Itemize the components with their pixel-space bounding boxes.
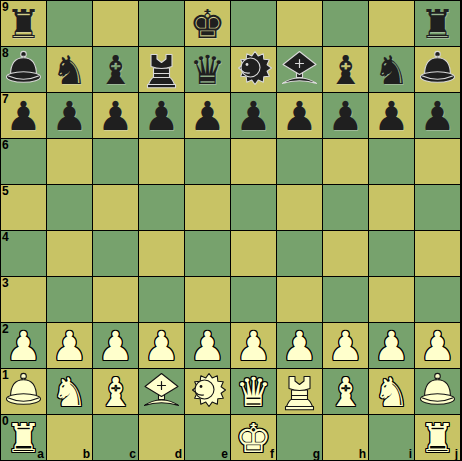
square-j6[interactable]: [415, 139, 460, 184]
black-gold-hat[interactable]: [415, 47, 460, 92]
square-a7[interactable]: 7♟: [1, 93, 46, 138]
black-rook[interactable]: ♜: [420, 4, 456, 44]
square-j2[interactable]: ♟: [415, 323, 460, 368]
piece-glyph: ♟: [282, 96, 318, 136]
piece-glyph: ♟: [52, 96, 88, 136]
piece-glyph: ♟: [52, 326, 88, 366]
square-c0[interactable]: c: [93, 415, 138, 460]
square-b6[interactable]: [47, 139, 92, 184]
square-d5[interactable]: [139, 185, 184, 230]
rank-label-3: 3: [2, 277, 9, 289]
white-gold-hat[interactable]: [1, 369, 46, 414]
piece-glyph: ♜: [6, 4, 42, 44]
square-j3[interactable]: [415, 277, 460, 322]
rank-label-6: 6: [2, 139, 9, 151]
white-pawn[interactable]: ♟: [374, 326, 410, 366]
black-bishop[interactable]: ♝: [328, 50, 364, 90]
rank-label-5: 5: [2, 185, 9, 197]
white-knight[interactable]: ♞: [374, 372, 410, 412]
square-c3[interactable]: [93, 277, 138, 322]
square-g2[interactable]: ♟: [277, 323, 322, 368]
black-tower[interactable]: [139, 47, 184, 92]
square-g0[interactable]: g: [277, 415, 322, 460]
piece-glyph: ♟: [190, 326, 226, 366]
square-j9[interactable]: ♜: [415, 1, 460, 46]
black-pawn[interactable]: ♟: [52, 96, 88, 136]
white-queen[interactable]: ♛: [236, 372, 272, 412]
white-pawn[interactable]: ♟: [52, 326, 88, 366]
black-pawn[interactable]: ♟: [282, 96, 318, 136]
black-pawn[interactable]: ♟: [190, 96, 226, 136]
square-f7[interactable]: ♟: [231, 93, 276, 138]
square-a0[interactable]: 0a♜: [1, 415, 46, 460]
square-b9[interactable]: [47, 1, 92, 46]
black-pawn[interactable]: ♟: [374, 96, 410, 136]
square-i0[interactable]: i: [369, 415, 414, 460]
square-j5[interactable]: [415, 185, 460, 230]
square-i2[interactable]: ♟: [369, 323, 414, 368]
board: 9♜♚♜8♞♝♛♝♞7♟♟♟♟♟♟♟♟♟♟65432♟♟♟♟♟♟♟♟♟♟1♞♝♛…: [0, 0, 461, 461]
square-i3[interactable]: [369, 277, 414, 322]
piece-glyph: ♝: [328, 50, 364, 90]
square-a1[interactable]: 1: [1, 369, 46, 414]
square-h2[interactable]: ♟: [323, 323, 368, 368]
square-b0[interactable]: b: [47, 415, 92, 460]
square-g6[interactable]: [277, 139, 322, 184]
square-c9[interactable]: [93, 1, 138, 46]
file-label-g: g: [313, 448, 320, 460]
square-f2[interactable]: ♟: [231, 323, 276, 368]
piece-glyph: ♜: [420, 418, 456, 458]
white-pawn[interactable]: ♟: [236, 326, 272, 366]
black-silver-mitre[interactable]: [277, 47, 322, 92]
square-d4[interactable]: [139, 231, 184, 276]
square-i7[interactable]: ♟: [369, 93, 414, 138]
square-d1[interactable]: [139, 369, 184, 414]
square-a6[interactable]: 6: [1, 139, 46, 184]
square-e1[interactable]: [185, 369, 230, 414]
square-e0[interactable]: e: [185, 415, 230, 460]
square-j0[interactable]: j♜: [415, 415, 460, 460]
square-c4[interactable]: [93, 231, 138, 276]
white-pawn[interactable]: ♟: [98, 326, 134, 366]
piece-glyph: ♟: [374, 96, 410, 136]
square-b1[interactable]: ♞: [47, 369, 92, 414]
white-pawn[interactable]: ♟: [190, 326, 226, 366]
square-g8[interactable]: [277, 47, 322, 92]
black-pawn[interactable]: ♟: [98, 96, 134, 136]
square-h1[interactable]: ♝: [323, 369, 368, 414]
square-d8[interactable]: [139, 47, 184, 92]
square-c2[interactable]: ♟: [93, 323, 138, 368]
lion-icon: [185, 369, 230, 414]
square-h3[interactable]: [323, 277, 368, 322]
square-i5[interactable]: [369, 185, 414, 230]
square-e3[interactable]: [185, 277, 230, 322]
square-j7[interactable]: ♟: [415, 93, 460, 138]
piece-glyph: ♛: [236, 372, 272, 412]
black-pawn[interactable]: ♟: [144, 96, 180, 136]
square-b4[interactable]: [47, 231, 92, 276]
white-silver-mitre[interactable]: [139, 369, 184, 414]
piece-glyph: ♟: [236, 96, 272, 136]
black-pawn[interactable]: ♟: [236, 96, 272, 136]
silver-mitre-icon: [277, 47, 322, 92]
square-i9[interactable]: [369, 1, 414, 46]
square-b5[interactable]: [47, 185, 92, 230]
square-d9[interactable]: [139, 1, 184, 46]
square-f4[interactable]: [231, 231, 276, 276]
square-i4[interactable]: [369, 231, 414, 276]
square-c7[interactable]: ♟: [93, 93, 138, 138]
piece-glyph: ♟: [420, 326, 456, 366]
white-pawn[interactable]: ♟: [282, 326, 318, 366]
square-f6[interactable]: [231, 139, 276, 184]
square-i6[interactable]: [369, 139, 414, 184]
gold-hat-icon: [1, 47, 46, 92]
piece-glyph: ♟: [98, 96, 134, 136]
white-bishop[interactable]: ♝: [98, 372, 134, 412]
white-king[interactable]: ♚: [236, 418, 272, 458]
gold-hat-icon: [1, 369, 46, 414]
square-f0[interactable]: f♚: [231, 415, 276, 460]
white-pawn[interactable]: ♟: [328, 326, 364, 366]
square-d6[interactable]: [139, 139, 184, 184]
square-b8[interactable]: ♞: [47, 47, 92, 92]
black-pawn[interactable]: ♟: [420, 96, 456, 136]
square-e6[interactable]: [185, 139, 230, 184]
black-lion[interactable]: [231, 47, 276, 92]
black-pawn[interactable]: ♟: [6, 96, 42, 136]
piece-glyph: ♝: [98, 50, 134, 90]
square-c5[interactable]: [93, 185, 138, 230]
white-pawn[interactable]: ♟: [144, 326, 180, 366]
piece-glyph: ♝: [328, 372, 364, 412]
white-tower[interactable]: [277, 369, 322, 414]
piece-glyph: ♞: [52, 50, 88, 90]
piece-glyph: ♛: [190, 50, 226, 90]
square-h5[interactable]: [323, 185, 368, 230]
square-f5[interactable]: [231, 185, 276, 230]
square-g5[interactable]: [277, 185, 322, 230]
black-pawn[interactable]: ♟: [328, 96, 364, 136]
square-f1[interactable]: ♛: [231, 369, 276, 414]
square-j1[interactable]: [415, 369, 460, 414]
square-e5[interactable]: [185, 185, 230, 230]
white-rook[interactable]: ♜: [6, 418, 42, 458]
square-e9[interactable]: ♚: [185, 1, 230, 46]
file-label-i: i: [409, 448, 412, 460]
black-bishop[interactable]: ♝: [98, 50, 134, 90]
white-knight[interactable]: ♞: [52, 372, 88, 412]
square-a3[interactable]: 3: [1, 277, 46, 322]
square-b2[interactable]: ♟: [47, 323, 92, 368]
file-label-b: b: [83, 448, 90, 460]
square-a4[interactable]: 4: [1, 231, 46, 276]
square-j8[interactable]: [415, 47, 460, 92]
piece-glyph: ♟: [144, 96, 180, 136]
square-h6[interactable]: [323, 139, 368, 184]
black-knight[interactable]: ♞: [374, 50, 410, 90]
white-gold-hat[interactable]: [415, 369, 460, 414]
square-c8[interactable]: ♝: [93, 47, 138, 92]
white-pawn[interactable]: ♟: [420, 326, 456, 366]
white-lion[interactable]: [185, 369, 230, 414]
square-c6[interactable]: [93, 139, 138, 184]
square-h7[interactable]: ♟: [323, 93, 368, 138]
square-h4[interactable]: [323, 231, 368, 276]
square-e7[interactable]: ♟: [185, 93, 230, 138]
piece-glyph: ♞: [52, 372, 88, 412]
square-i1[interactable]: ♞: [369, 369, 414, 414]
square-e4[interactable]: [185, 231, 230, 276]
square-a9[interactable]: 9♜: [1, 1, 46, 46]
square-d0[interactable]: d: [139, 415, 184, 460]
white-rook[interactable]: ♜: [420, 418, 456, 458]
black-knight[interactable]: ♞: [52, 50, 88, 90]
square-g7[interactable]: ♟: [277, 93, 322, 138]
piece-glyph: ♟: [6, 96, 42, 136]
piece-glyph: ♟: [328, 96, 364, 136]
piece-glyph: ♟: [190, 96, 226, 136]
piece-glyph: ♜: [6, 418, 42, 458]
black-gold-hat[interactable]: [1, 47, 46, 92]
file-label-c: c: [129, 448, 136, 460]
file-label-e: e: [221, 448, 228, 460]
file-label-h: h: [359, 448, 366, 460]
square-e8[interactable]: ♛: [185, 47, 230, 92]
square-b3[interactable]: [47, 277, 92, 322]
tower-icon: [139, 47, 184, 92]
piece-glyph: ♜: [420, 4, 456, 44]
square-h9[interactable]: [323, 1, 368, 46]
square-f3[interactable]: [231, 277, 276, 322]
square-g1[interactable]: [277, 369, 322, 414]
square-a2[interactable]: 2♟: [1, 323, 46, 368]
square-g3[interactable]: [277, 277, 322, 322]
black-queen[interactable]: ♛: [190, 50, 226, 90]
piece-glyph: ♟: [98, 326, 134, 366]
file-label-d: d: [175, 448, 182, 460]
piece-glyph: ♞: [374, 372, 410, 412]
piece-glyph: ♟: [420, 96, 456, 136]
square-h8[interactable]: ♝: [323, 47, 368, 92]
piece-glyph: ♚: [190, 4, 226, 44]
square-c1[interactable]: ♝: [93, 369, 138, 414]
square-a8[interactable]: 8: [1, 47, 46, 92]
square-d7[interactable]: ♟: [139, 93, 184, 138]
square-i8[interactable]: ♞: [369, 47, 414, 92]
black-king[interactable]: ♚: [190, 4, 226, 44]
square-a5[interactable]: 5: [1, 185, 46, 230]
square-h0[interactable]: h: [323, 415, 368, 460]
square-e2[interactable]: ♟: [185, 323, 230, 368]
gold-hat-icon: [415, 47, 460, 92]
white-pawn[interactable]: ♟: [6, 326, 42, 366]
white-bishop[interactable]: ♝: [328, 372, 364, 412]
lion-icon: [231, 47, 276, 92]
rank-label-4: 4: [2, 231, 9, 243]
piece-glyph: ♟: [236, 326, 272, 366]
piece-glyph: ♞: [374, 50, 410, 90]
tower-icon: [277, 369, 322, 414]
gold-hat-icon: [415, 369, 460, 414]
piece-glyph: ♟: [328, 326, 364, 366]
piece-glyph: ♟: [6, 326, 42, 366]
piece-glyph: ♟: [282, 326, 318, 366]
square-f9[interactable]: [231, 1, 276, 46]
piece-glyph: ♟: [374, 326, 410, 366]
square-g4[interactable]: [277, 231, 322, 276]
silver-mitre-icon: [139, 369, 184, 414]
piece-glyph: ♟: [144, 326, 180, 366]
square-b7[interactable]: ♟: [47, 93, 92, 138]
piece-glyph: ♝: [98, 372, 134, 412]
square-d3[interactable]: [139, 277, 184, 322]
black-rook[interactable]: ♜: [6, 4, 42, 44]
piece-glyph: ♚: [236, 418, 272, 458]
square-g9[interactable]: [277, 1, 322, 46]
square-f8[interactable]: [231, 47, 276, 92]
square-j4[interactable]: [415, 231, 460, 276]
square-d2[interactable]: ♟: [139, 323, 184, 368]
